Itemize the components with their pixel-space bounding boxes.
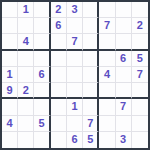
cell-r9c6[interactable]: 5 <box>83 132 99 148</box>
cell-r3c2[interactable]: 4 <box>18 34 34 50</box>
cell-r2c3[interactable] <box>34 18 50 34</box>
cell-r5c5[interactable] <box>67 67 83 83</box>
cell-r3c4[interactable] <box>51 34 67 50</box>
cell-r7c7[interactable] <box>99 99 115 115</box>
cell-r4c4[interactable] <box>51 51 67 67</box>
cell-r4c8[interactable]: 6 <box>116 51 132 67</box>
cell-r1c9[interactable] <box>132 2 148 18</box>
cell-r3c1[interactable] <box>2 34 18 50</box>
given-digit: 4 <box>7 118 13 129</box>
given-digit: 7 <box>120 101 126 112</box>
cell-r3c9[interactable] <box>132 34 148 50</box>
cell-r4c3[interactable] <box>34 51 50 67</box>
cell-r5c8[interactable] <box>116 67 132 83</box>
cell-r6c6[interactable] <box>83 83 99 99</box>
cell-r9c7[interactable] <box>99 132 115 148</box>
cell-r6c3[interactable] <box>34 83 50 99</box>
cell-r2c6[interactable] <box>83 18 99 34</box>
cell-r1c1[interactable] <box>2 2 18 18</box>
cell-r4c1[interactable] <box>2 51 18 67</box>
cell-r4c9[interactable]: 5 <box>132 51 148 67</box>
cell-r9c9[interactable] <box>132 132 148 148</box>
given-digit: 2 <box>55 4 61 15</box>
given-digit: 6 <box>55 20 61 31</box>
cell-r2c1[interactable] <box>2 18 18 34</box>
given-digit: 5 <box>38 118 44 129</box>
cell-r4c6[interactable] <box>83 51 99 67</box>
cell-r8c8[interactable] <box>116 116 132 132</box>
cell-r5c4[interactable] <box>51 67 67 83</box>
given-digit: 5 <box>87 134 93 145</box>
given-digit: 3 <box>120 134 126 145</box>
given-digit: 2 <box>137 20 143 31</box>
cell-r2c5[interactable] <box>67 18 83 34</box>
cell-r9c5[interactable]: 6 <box>67 132 83 148</box>
cell-r1c7[interactable] <box>99 2 115 18</box>
cell-r2c9[interactable]: 2 <box>132 18 148 34</box>
cell-r5c3[interactable]: 6 <box>34 67 50 83</box>
given-digit: 4 <box>104 69 110 80</box>
given-digit: 9 <box>7 85 13 96</box>
cell-r5c7[interactable]: 4 <box>99 67 115 83</box>
given-digit: 1 <box>23 4 29 15</box>
given-digit: 3 <box>71 4 77 15</box>
cell-r7c8[interactable]: 7 <box>116 99 132 115</box>
cell-r3c5[interactable]: 7 <box>67 34 83 50</box>
cell-r6c9[interactable] <box>132 83 148 99</box>
given-digit: 6 <box>71 134 77 145</box>
cell-r3c3[interactable] <box>34 34 50 50</box>
cell-r8c9[interactable] <box>132 116 148 132</box>
cell-r2c2[interactable] <box>18 18 34 34</box>
cell-r8c2[interactable] <box>18 116 34 132</box>
cell-r5c2[interactable] <box>18 67 34 83</box>
cell-r1c2[interactable]: 1 <box>18 2 34 18</box>
given-digit: 6 <box>38 69 44 80</box>
given-digit: 6 <box>120 53 126 64</box>
cell-r4c5[interactable] <box>67 51 83 67</box>
cell-r6c5[interactable] <box>67 83 83 99</box>
cell-r8c4[interactable] <box>51 116 67 132</box>
cell-r7c9[interactable] <box>132 99 148 115</box>
cell-r7c2[interactable] <box>18 99 34 115</box>
cell-r3c8[interactable] <box>116 34 132 50</box>
cell-r2c8[interactable] <box>116 18 132 34</box>
cell-r7c3[interactable] <box>34 99 50 115</box>
given-digit: 4 <box>23 36 29 47</box>
cell-r9c2[interactable] <box>18 132 34 148</box>
given-digit: 7 <box>71 36 77 47</box>
cell-r1c5[interactable]: 3 <box>67 2 83 18</box>
cell-r8c6[interactable]: 7 <box>83 116 99 132</box>
cell-r6c8[interactable] <box>116 83 132 99</box>
cell-r6c2[interactable]: 2 <box>18 83 34 99</box>
cell-r7c4[interactable] <box>51 99 67 115</box>
given-digit: 7 <box>104 20 110 31</box>
cell-r2c7[interactable]: 7 <box>99 18 115 34</box>
cell-r4c2[interactable] <box>18 51 34 67</box>
cell-r3c6[interactable] <box>83 34 99 50</box>
cell-r9c1[interactable] <box>2 132 18 148</box>
cell-r1c3[interactable] <box>34 2 50 18</box>
cell-r8c3[interactable]: 5 <box>34 116 50 132</box>
cell-r2c4[interactable]: 6 <box>51 18 67 34</box>
cell-r6c4[interactable] <box>51 83 67 99</box>
cell-r8c1[interactable]: 4 <box>2 116 18 132</box>
cell-r7c5[interactable]: 1 <box>67 99 83 115</box>
cell-r9c8[interactable]: 3 <box>116 132 132 148</box>
given-digit: 1 <box>71 101 77 112</box>
cell-r5c6[interactable] <box>83 67 99 83</box>
cell-r8c7[interactable] <box>99 116 115 132</box>
given-digit: 5 <box>137 53 143 64</box>
cell-r1c4[interactable]: 2 <box>51 2 67 18</box>
cell-r3c7[interactable] <box>99 34 115 50</box>
given-digit: 7 <box>87 118 93 129</box>
cell-r6c1[interactable]: 9 <box>2 83 18 99</box>
cell-r7c6[interactable] <box>83 99 99 115</box>
cell-r6c7[interactable] <box>99 83 115 99</box>
sudoku-board: 123672476516479217457653 <box>0 0 150 150</box>
cell-r5c1[interactable]: 1 <box>2 67 18 83</box>
cell-r9c4[interactable] <box>51 132 67 148</box>
cell-r8c5[interactable] <box>67 116 83 132</box>
given-digit: 2 <box>23 85 29 96</box>
cell-r4c7[interactable] <box>99 51 115 67</box>
cell-r1c8[interactable] <box>116 2 132 18</box>
cell-r1c6[interactable] <box>83 2 99 18</box>
given-digit: 1 <box>7 69 13 80</box>
cell-r5c9[interactable]: 7 <box>132 67 148 83</box>
cell-r7c1[interactable] <box>2 99 18 115</box>
cell-r9c3[interactable] <box>34 132 50 148</box>
given-digit: 7 <box>137 69 143 80</box>
